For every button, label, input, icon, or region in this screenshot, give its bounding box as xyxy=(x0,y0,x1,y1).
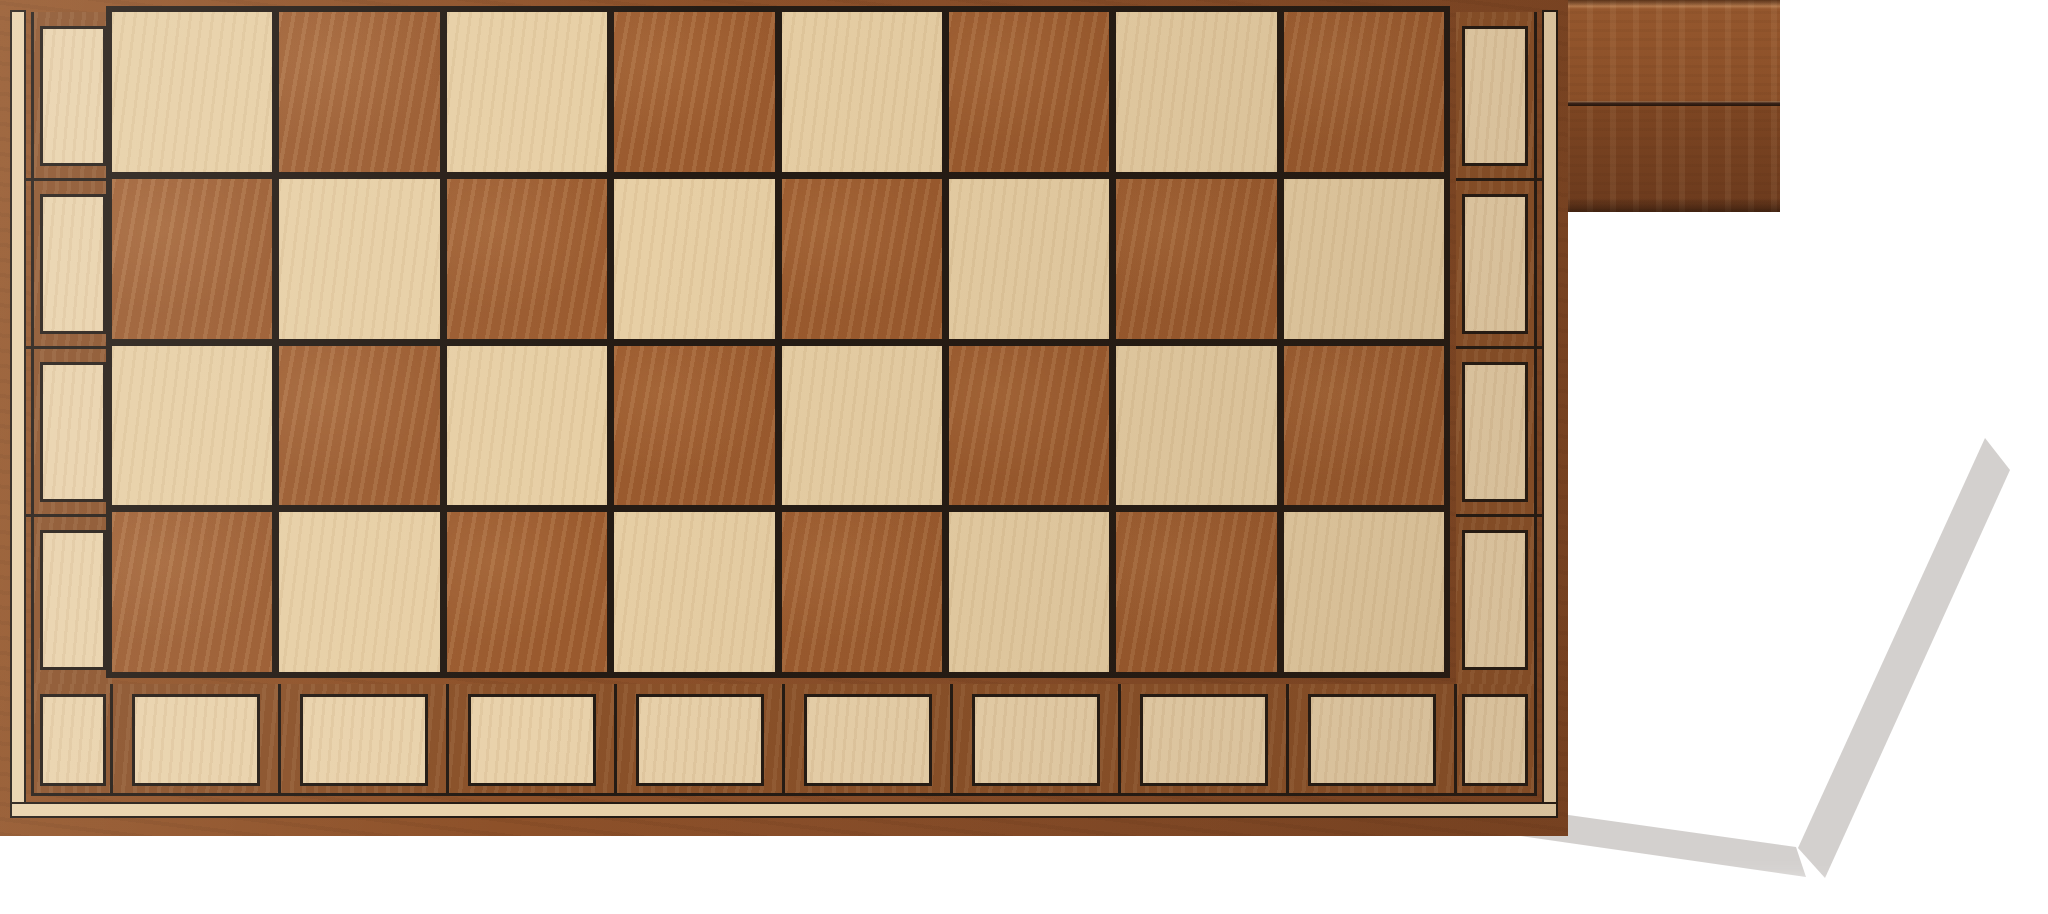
square-a4 xyxy=(112,12,272,172)
square-c4 xyxy=(447,12,607,172)
square-f3 xyxy=(949,179,1109,339)
rank-label-left-4 xyxy=(40,26,106,166)
band-crossline xyxy=(278,684,281,793)
edge-pinstripe-left xyxy=(10,10,26,818)
rank-label-left-1 xyxy=(40,530,106,670)
squares-grid xyxy=(106,6,1450,678)
corner-plate-bottom-right xyxy=(1462,694,1528,786)
square-b1 xyxy=(279,512,439,672)
square-d1 xyxy=(614,512,774,672)
square-a1 xyxy=(112,512,272,672)
band-crossline xyxy=(950,684,953,793)
band-crossline xyxy=(614,684,617,793)
rank-label-right-4 xyxy=(1462,26,1528,166)
square-h4 xyxy=(1284,12,1444,172)
square-d4 xyxy=(614,12,774,172)
file-label-f xyxy=(972,694,1100,786)
square-e1 xyxy=(782,512,942,672)
square-b4 xyxy=(279,12,439,172)
band-crossline xyxy=(782,684,785,793)
square-a2 xyxy=(112,346,272,506)
square-e3 xyxy=(782,179,942,339)
band-crossline xyxy=(1456,178,1542,181)
band-line-bottom xyxy=(34,793,1534,796)
square-b2 xyxy=(279,346,439,506)
chessboard-top-face xyxy=(0,0,1568,836)
square-g4 xyxy=(1116,12,1276,172)
square-f4 xyxy=(949,12,1109,172)
product-photo-chess-box xyxy=(0,0,2048,914)
square-c1 xyxy=(447,512,607,672)
file-label-c xyxy=(468,694,596,786)
rank-label-right-1 xyxy=(1462,530,1528,670)
edge-pinstripe-right xyxy=(1542,10,1558,818)
file-label-a xyxy=(132,694,260,786)
file-label-h xyxy=(1308,694,1436,786)
square-e4 xyxy=(782,12,942,172)
edge-pinstripe-bottom xyxy=(10,802,1558,818)
band-crossline xyxy=(26,178,112,181)
square-c3 xyxy=(447,179,607,339)
rank-label-right-2 xyxy=(1462,362,1528,502)
file-label-b xyxy=(300,694,428,786)
band-crossline xyxy=(446,684,449,793)
square-d2 xyxy=(614,346,774,506)
square-b3 xyxy=(279,179,439,339)
square-c2 xyxy=(447,346,607,506)
square-g2 xyxy=(1116,346,1276,506)
square-h3 xyxy=(1284,179,1444,339)
rank-label-left-2 xyxy=(40,362,106,502)
corner-plate-bottom-left xyxy=(40,694,106,786)
band-crossline xyxy=(1456,346,1542,349)
band-crossline xyxy=(1456,514,1542,517)
file-label-d xyxy=(636,694,764,786)
square-h2 xyxy=(1284,346,1444,506)
rank-label-right-3 xyxy=(1462,194,1528,334)
square-g3 xyxy=(1116,179,1276,339)
file-label-g xyxy=(1140,694,1268,786)
square-f2 xyxy=(949,346,1109,506)
square-g1 xyxy=(1116,512,1276,672)
band-crossline xyxy=(1454,684,1457,793)
file-label-e xyxy=(804,694,932,786)
square-f1 xyxy=(949,512,1109,672)
square-h1 xyxy=(1284,512,1444,672)
band-crossline xyxy=(1286,684,1289,793)
square-e2 xyxy=(782,346,942,506)
rank-label-left-3 xyxy=(40,194,106,334)
square-a3 xyxy=(112,179,272,339)
square-d3 xyxy=(614,179,774,339)
band-line-right xyxy=(1534,12,1537,796)
band-crossline xyxy=(1118,684,1121,793)
band-crossline xyxy=(26,346,112,349)
cast-shadow-end xyxy=(1760,400,2040,890)
band-line-left xyxy=(31,12,34,796)
band-crossline xyxy=(110,684,113,793)
band-crossline xyxy=(26,514,112,517)
